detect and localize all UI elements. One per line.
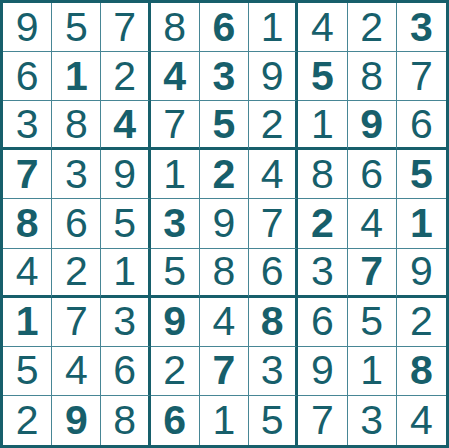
cell-r9c9[interactable]: 4 xyxy=(397,396,446,445)
cell-r6c3[interactable]: 1 xyxy=(101,249,150,298)
cell-r6c8[interactable]: 7 xyxy=(348,249,397,298)
cell-r3c1[interactable]: 3 xyxy=(3,101,52,150)
cell-r7c1[interactable]: 1 xyxy=(3,298,52,347)
cell-r4c3[interactable]: 9 xyxy=(101,150,150,199)
cell-r7c4[interactable]: 9 xyxy=(151,298,200,347)
cell-r9c6[interactable]: 5 xyxy=(249,396,298,445)
cell-r3c7[interactable]: 1 xyxy=(298,101,347,150)
cell-r5c2[interactable]: 6 xyxy=(52,199,101,248)
cell-r6c1[interactable]: 4 xyxy=(3,249,52,298)
cell-r9c1[interactable]: 2 xyxy=(3,396,52,445)
cell-r6c5[interactable]: 8 xyxy=(200,249,249,298)
cell-r2c6[interactable]: 9 xyxy=(249,52,298,101)
cell-r1c7[interactable]: 4 xyxy=(298,3,347,52)
cell-r9c5[interactable]: 1 xyxy=(200,396,249,445)
cell-r3c2[interactable]: 8 xyxy=(52,101,101,150)
cell-r9c2[interactable]: 9 xyxy=(52,396,101,445)
cell-r5c9[interactable]: 1 xyxy=(397,199,446,248)
cell-r7c9[interactable]: 2 xyxy=(397,298,446,347)
cell-r5c8[interactable]: 4 xyxy=(348,199,397,248)
cell-r4c7[interactable]: 8 xyxy=(298,150,347,199)
sudoku-board: 9578614236124395873847521967391248658653… xyxy=(0,0,449,448)
cell-r3c5[interactable]: 5 xyxy=(200,101,249,150)
cell-r4c2[interactable]: 3 xyxy=(52,150,101,199)
cell-r4c9[interactable]: 5 xyxy=(397,150,446,199)
cell-r2c3[interactable]: 2 xyxy=(101,52,150,101)
cell-r5c5[interactable]: 9 xyxy=(200,199,249,248)
cell-r1c6[interactable]: 1 xyxy=(249,3,298,52)
cell-r6c4[interactable]: 5 xyxy=(151,249,200,298)
cell-r7c5[interactable]: 4 xyxy=(200,298,249,347)
cell-r1c2[interactable]: 5 xyxy=(52,3,101,52)
cell-r9c4[interactable]: 6 xyxy=(151,396,200,445)
cell-r6c7[interactable]: 3 xyxy=(298,249,347,298)
cell-r6c2[interactable]: 2 xyxy=(52,249,101,298)
cell-r1c3[interactable]: 7 xyxy=(101,3,150,52)
cell-r4c8[interactable]: 6 xyxy=(348,150,397,199)
cell-r8c7[interactable]: 9 xyxy=(298,347,347,396)
cell-r7c3[interactable]: 3 xyxy=(101,298,150,347)
cell-r2c8[interactable]: 8 xyxy=(348,52,397,101)
cell-r2c2[interactable]: 1 xyxy=(52,52,101,101)
cell-r3c6[interactable]: 2 xyxy=(249,101,298,150)
cell-r1c5[interactable]: 6 xyxy=(200,3,249,52)
cell-r2c1[interactable]: 6 xyxy=(3,52,52,101)
cell-r5c1[interactable]: 8 xyxy=(3,199,52,248)
cell-r6c9[interactable]: 9 xyxy=(397,249,446,298)
cell-r5c4[interactable]: 3 xyxy=(151,199,200,248)
cell-r3c3[interactable]: 4 xyxy=(101,101,150,150)
cell-r1c4[interactable]: 8 xyxy=(151,3,200,52)
cell-r2c5[interactable]: 3 xyxy=(200,52,249,101)
cell-r8c1[interactable]: 5 xyxy=(3,347,52,396)
cell-r4c4[interactable]: 1 xyxy=(151,150,200,199)
cell-r2c4[interactable]: 4 xyxy=(151,52,200,101)
cell-r1c1[interactable]: 9 xyxy=(3,3,52,52)
cell-r1c8[interactable]: 2 xyxy=(348,3,397,52)
cell-r8c2[interactable]: 4 xyxy=(52,347,101,396)
cell-r7c2[interactable]: 7 xyxy=(52,298,101,347)
cell-r8c6[interactable]: 3 xyxy=(249,347,298,396)
cell-r4c5[interactable]: 2 xyxy=(200,150,249,199)
cell-r9c7[interactable]: 7 xyxy=(298,396,347,445)
cell-r7c8[interactable]: 5 xyxy=(348,298,397,347)
cell-r9c8[interactable]: 3 xyxy=(348,396,397,445)
cell-r4c6[interactable]: 4 xyxy=(249,150,298,199)
cell-r8c5[interactable]: 7 xyxy=(200,347,249,396)
cell-r1c9[interactable]: 3 xyxy=(397,3,446,52)
cell-r8c4[interactable]: 2 xyxy=(151,347,200,396)
cell-r3c4[interactable]: 7 xyxy=(151,101,200,150)
cell-r5c7[interactable]: 2 xyxy=(298,199,347,248)
cell-r8c9[interactable]: 8 xyxy=(397,347,446,396)
cell-r9c3[interactable]: 8 xyxy=(101,396,150,445)
cell-r6c6[interactable]: 6 xyxy=(249,249,298,298)
cell-r3c9[interactable]: 6 xyxy=(397,101,446,150)
cell-r3c8[interactable]: 9 xyxy=(348,101,397,150)
cell-r7c7[interactable]: 6 xyxy=(298,298,347,347)
cell-r8c3[interactable]: 6 xyxy=(101,347,150,396)
cell-r2c9[interactable]: 7 xyxy=(397,52,446,101)
cell-r5c6[interactable]: 7 xyxy=(249,199,298,248)
cell-r8c8[interactable]: 1 xyxy=(348,347,397,396)
cell-r7c6[interactable]: 8 xyxy=(249,298,298,347)
cell-r5c3[interactable]: 5 xyxy=(101,199,150,248)
cell-r2c7[interactable]: 5 xyxy=(298,52,347,101)
cell-r4c1[interactable]: 7 xyxy=(3,150,52,199)
